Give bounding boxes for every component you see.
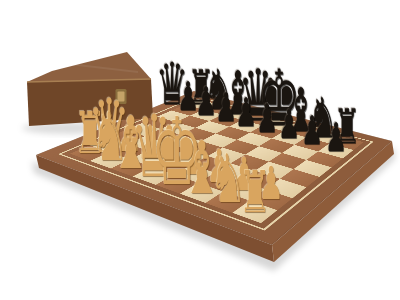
box-latch-plate	[118, 92, 125, 102]
chess-set-photo: Product photo of a wooden chess set: ebo…	[0, 0, 400, 300]
box-front-face	[27, 79, 153, 126]
storage-box	[0, 0, 400, 300]
